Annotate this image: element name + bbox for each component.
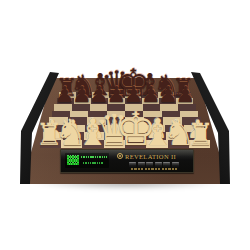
dgt-pixel-logo-icon [67,155,79,165]
lcd-text-line [83,162,103,164]
plaque-button[interactable] [129,162,136,167]
chessboard-scene: REVELATION II ♜♞♝♛♚♝♞♜♟♟♟♟♟♟♟♟♟♟♟♟♟♟♟♟♜♞… [0,0,250,250]
plaque-button[interactable] [138,162,145,167]
plaque-button-row [129,162,179,167]
lcd-display [65,153,109,168]
plaque-fine-print [131,168,177,170]
piece-white-rook[interactable]: ♜ [187,120,214,150]
piece-black-pawn[interactable]: ♟ [176,84,196,106]
plaque-button[interactable] [155,162,162,167]
plaque-button[interactable] [172,162,179,167]
plaque-button[interactable] [146,162,153,167]
plaque-button[interactable] [163,162,170,167]
lcd-text-line [81,156,107,158]
